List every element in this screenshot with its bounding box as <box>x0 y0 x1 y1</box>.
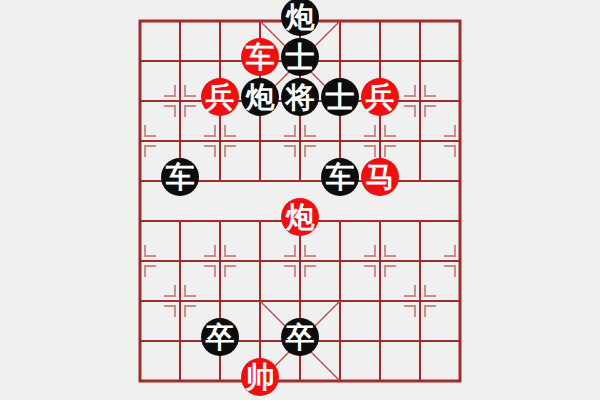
piece-black-cannon[interactable]: 炮 <box>241 78 279 116</box>
piece-black-chariot[interactable]: 车 <box>161 158 199 196</box>
piece-black-general[interactable]: 将 <box>281 78 319 116</box>
piece-black-advisor[interactable]: 士 <box>321 78 359 116</box>
piece-black-advisor[interactable]: 士 <box>281 38 319 76</box>
piece-black-soldier[interactable]: 卒 <box>281 318 319 356</box>
piece-red-soldier[interactable]: 兵 <box>201 78 239 116</box>
piece-red-horse[interactable]: 马 <box>361 158 399 196</box>
piece-black-chariot[interactable]: 车 <box>321 158 359 196</box>
piece-red-general[interactable]: 帅 <box>241 358 279 396</box>
xiangqi-board-screenshot: 炮车士兵炮将士兵车车马炮卒卒帅 <box>0 0 600 400</box>
piece-black-soldier[interactable]: 卒 <box>201 318 239 356</box>
piece-black-cannon[interactable]: 炮 <box>281 0 319 36</box>
piece-red-chariot[interactable]: 车 <box>241 38 279 76</box>
piece-red-soldier[interactable]: 兵 <box>361 78 399 116</box>
piece-red-cannon[interactable]: 炮 <box>281 198 319 236</box>
